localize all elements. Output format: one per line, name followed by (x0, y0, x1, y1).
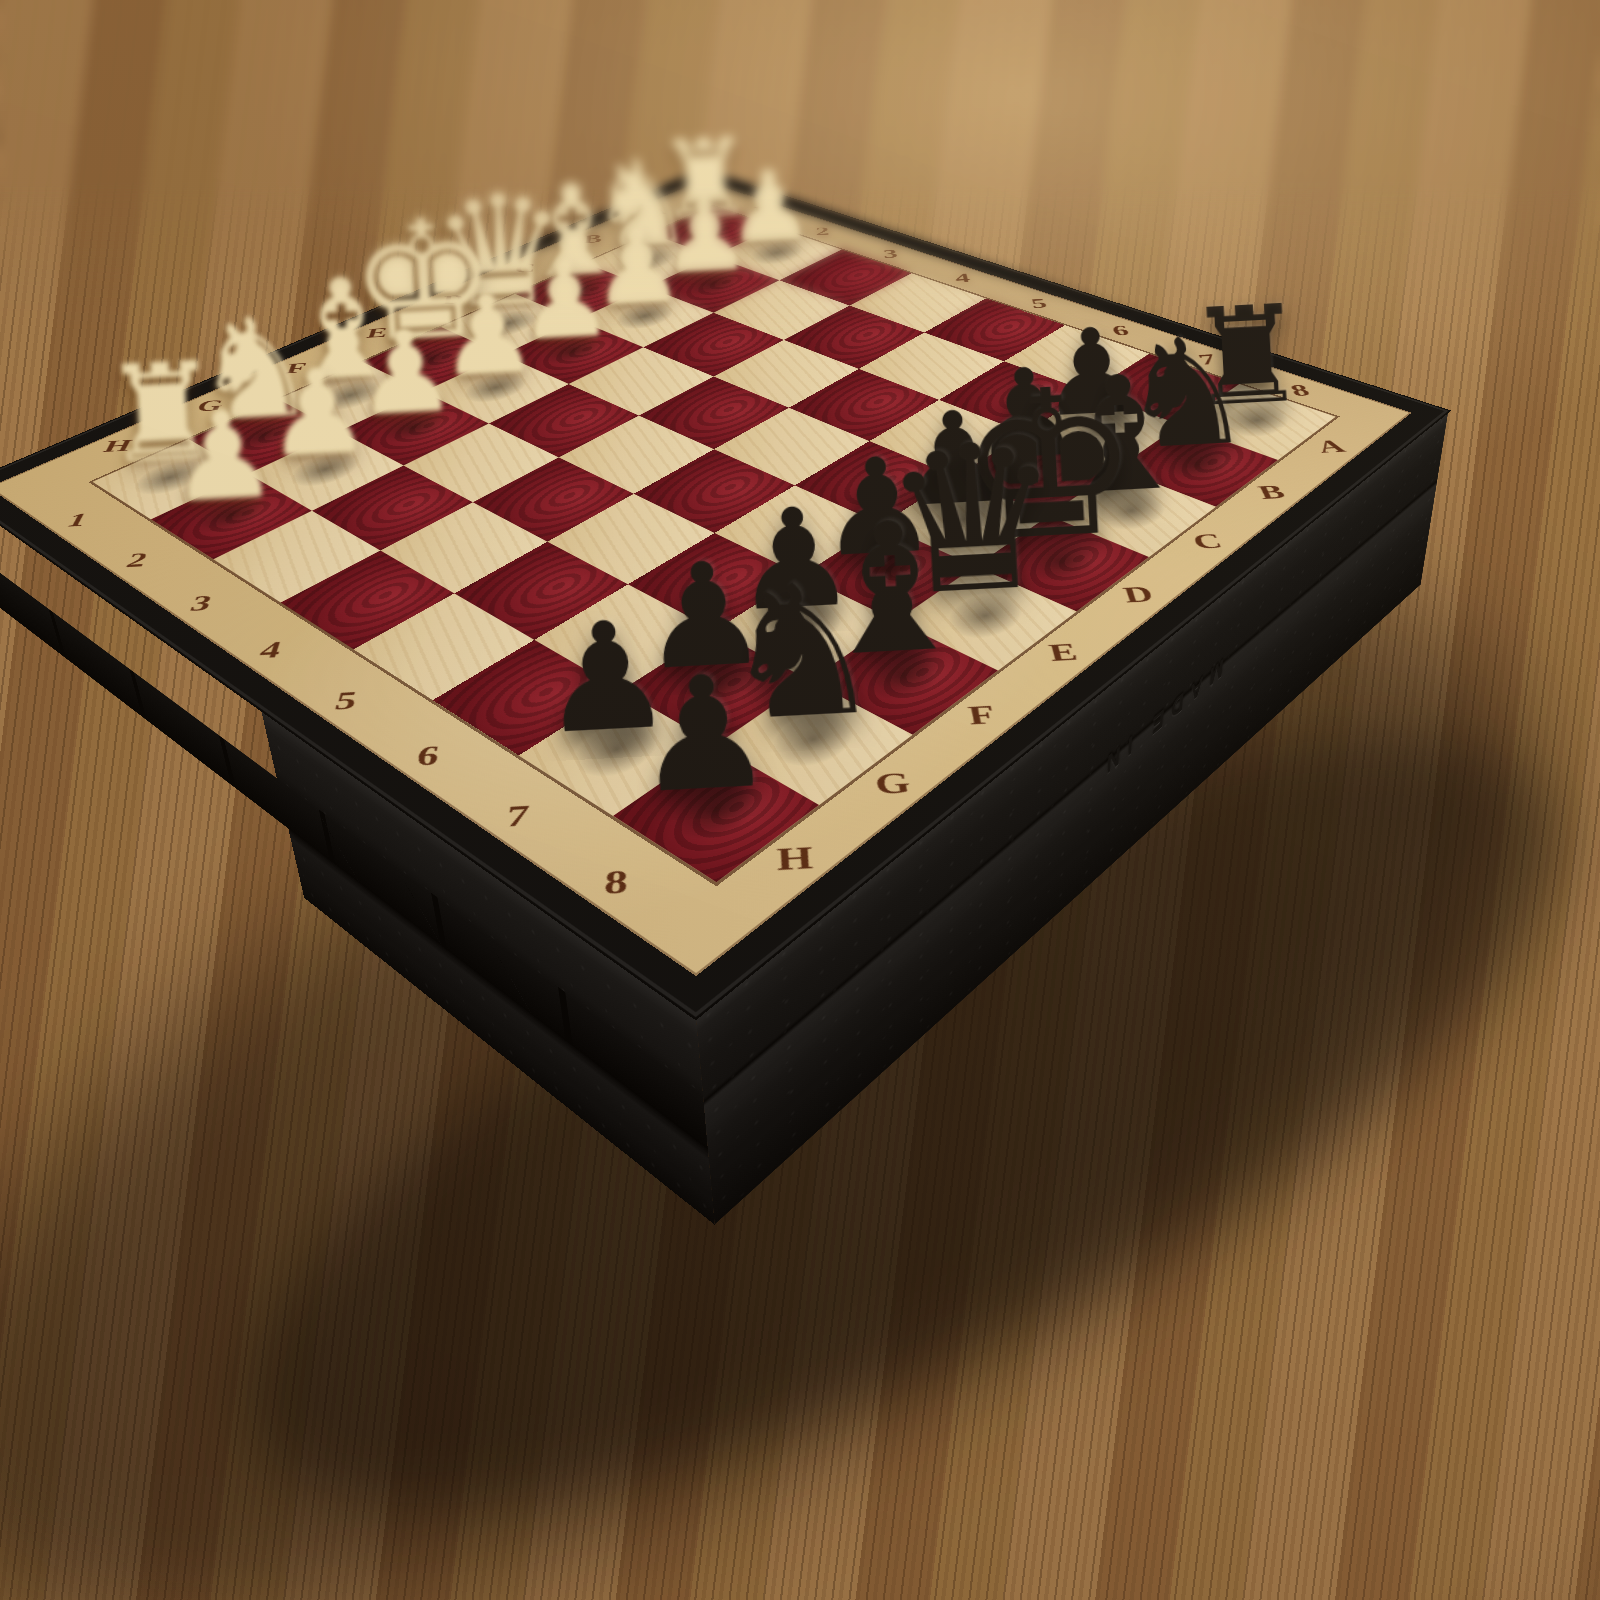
coordinate-label-H: H (59, 419, 176, 474)
square-f1: ♝ (278, 362, 423, 431)
square-b4 (784, 306, 925, 369)
square-e3 (489, 384, 639, 457)
piece-contact-shadow (378, 334, 485, 383)
coordinate-label-5: 5 (988, 284, 1091, 324)
white-knight-icon: ♞ (585, 141, 697, 265)
coordinate-label-2: 2 (778, 215, 869, 249)
piece-contact-shadow (600, 240, 697, 281)
white-pawn-icon: ♟ (658, 183, 753, 288)
scene-roll: ABCDEFGH ABCDEFGH 87654321 87654321 ♜♞♝♚… (0, 0, 1600, 1600)
coordinate-label-A: A (614, 194, 700, 229)
square-e2: ♟ (423, 355, 568, 424)
square-d4 (639, 377, 789, 450)
square-c4 (714, 340, 859, 408)
square-d1: ♛ (441, 294, 577, 355)
piece-contact-shadow (593, 294, 695, 340)
square-c3 (643, 313, 784, 377)
coordinate-label-8: 8 (1241, 367, 1360, 416)
square-f2: ♟ (339, 392, 489, 466)
piece-contact-shadow (729, 233, 825, 273)
piece-contact-shadow (665, 212, 758, 250)
coordinate-label-1: 1 (715, 194, 802, 226)
white-bishop-icon: ♝ (277, 258, 408, 402)
coordinate-label-E: E (326, 311, 428, 356)
square-b1: ♞ (585, 234, 713, 287)
square-d2: ♟ (503, 320, 644, 384)
white-rook-icon: ♜ (655, 123, 757, 235)
file-labels-rank1-edge: ABCDEFGH (59, 194, 700, 474)
square-a1: ♜ (651, 206, 776, 256)
piece-contact-shadow (356, 400, 470, 456)
coordinate-label-1: 1 (28, 492, 129, 550)
coordinate-label-C: C (478, 249, 571, 289)
piece-contact-shadow (440, 362, 550, 414)
white-queen-icon: ♛ (428, 172, 572, 331)
coordinate-label-4: 4 (213, 614, 330, 687)
photo-of-travel-chess-set: { "game": "chess", "scene": { "descripti… (0, 0, 1600, 1600)
coordinate-label-3: 3 (844, 236, 939, 272)
piece-contact-shadow (295, 370, 406, 423)
piece-contact-shadow (457, 301, 560, 347)
white-pawn-icon: ♟ (589, 213, 687, 321)
black-pawn-icon: ♟ (630, 652, 778, 815)
white-pawn-icon: ♟ (436, 277, 540, 392)
white-pawn-icon: ♟ (515, 244, 616, 355)
square-c2: ♟ (577, 287, 713, 347)
piece-contact-shadow (519, 327, 625, 376)
scene-stage: ABCDEFGH ABCDEFGH 87654321 87654321 ♜♞♝♚… (0, 0, 1600, 1600)
white-pawn-icon: ♟ (352, 313, 460, 432)
square-a2: ♟ (713, 227, 841, 280)
piece-contact-shadow (530, 269, 630, 312)
coordinate-label-3: 3 (147, 570, 258, 637)
square-b2: ♟ (647, 256, 779, 312)
white-pawn-icon: ♟ (724, 156, 816, 258)
coordinate-label-2: 2 (85, 529, 191, 592)
white-bishop-icon: ♝ (514, 165, 633, 296)
coordinate-label-4: 4 (914, 259, 1013, 297)
square-c1: ♝ (515, 263, 647, 320)
white-pawn-icon: ♟ (166, 392, 282, 519)
coordinate-label-D: D (405, 279, 502, 321)
square-b3 (713, 280, 849, 340)
white-pawn-icon: ♟ (262, 351, 374, 474)
coordinate-label-5: 5 (285, 662, 409, 741)
chess-case: ABCDEFGH ABCDEFGH 87654321 87654321 ♜♞♝♚… (0, 169, 1449, 1017)
board-plate: ABCDEFGH ABCDEFGH 87654321 87654321 ♜♞♝♚… (0, 180, 1412, 976)
coordinate-label-B: B (548, 220, 637, 258)
white-king-icon: ♚ (346, 195, 502, 367)
square-a4 (850, 273, 986, 332)
square-e1: ♚ (362, 327, 503, 392)
square-a3 (779, 250, 911, 306)
square-d3 (569, 347, 714, 415)
piece-contact-shadow (663, 262, 762, 305)
